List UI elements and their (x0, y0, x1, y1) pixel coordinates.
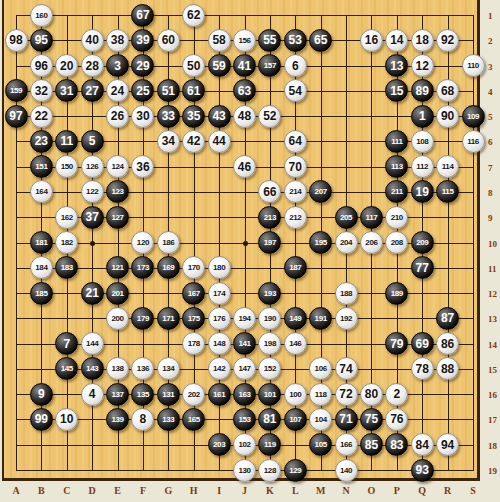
stone-P9: 210 (385, 206, 408, 229)
row-label-2: 2 (488, 36, 493, 46)
stone-M16: 118 (309, 383, 332, 406)
col-label-H: H (190, 485, 198, 496)
stone-L14: 146 (284, 332, 307, 355)
stone-N12: 188 (335, 282, 358, 305)
star-point-D10 (90, 241, 95, 246)
col-label-E: E (114, 485, 121, 496)
row-label-7: 7 (488, 163, 493, 173)
stone-J17: 153 (233, 408, 256, 431)
stone-M17: 104 (309, 408, 332, 431)
stone-N10: 204 (335, 231, 358, 254)
stone-Q6: 108 (411, 130, 434, 153)
col-label-O: O (368, 485, 376, 496)
stone-F5: 30 (131, 105, 154, 128)
stone-J13: 194 (233, 307, 256, 330)
row-label-3: 3 (488, 62, 493, 72)
stone-I13: 176 (208, 307, 231, 330)
stone-I12: 174 (208, 282, 231, 305)
col-label-L: L (292, 485, 299, 496)
stone-N9: 205 (335, 206, 358, 229)
stone-D3: 28 (81, 54, 104, 77)
row-label-12: 12 (488, 289, 497, 299)
stone-H13: 175 (182, 307, 205, 330)
col-label-I: I (217, 485, 221, 496)
col-label-P: P (394, 485, 400, 496)
stone-P2: 14 (385, 29, 408, 52)
col-label-J: J (242, 485, 247, 496)
stone-G11: 169 (157, 256, 180, 279)
stone-A4: 159 (5, 79, 28, 102)
row-label-10: 10 (488, 239, 497, 249)
stone-G16: 131 (157, 383, 180, 406)
stone-D14: 144 (81, 332, 104, 355)
stone-J16: 163 (233, 383, 256, 406)
col-label-C: C (63, 485, 70, 496)
stone-D9: 37 (81, 206, 104, 229)
stone-L11: 187 (284, 256, 307, 279)
stone-Q7: 112 (411, 155, 434, 178)
stone-H16: 202 (182, 383, 205, 406)
stone-I18: 203 (208, 433, 231, 456)
stone-S3: 110 (462, 54, 485, 77)
row-label-11: 11 (488, 264, 497, 274)
stone-B12: 185 (30, 282, 53, 305)
stone-D15: 143 (81, 357, 104, 380)
stone-O18: 85 (360, 433, 383, 456)
stone-D16: 4 (81, 383, 104, 406)
stone-E9: 127 (106, 206, 129, 229)
stone-B2: 95 (30, 29, 53, 52)
col-label-G: G (164, 485, 172, 496)
stone-A5: 97 (5, 105, 28, 128)
stone-B3: 96 (30, 54, 53, 77)
stone-E13: 200 (106, 307, 129, 330)
stone-I3: 59 (208, 54, 231, 77)
stone-I5: 43 (208, 105, 231, 128)
row-label-1: 1 (488, 11, 493, 21)
row-label-8: 8 (488, 188, 493, 198)
stone-K9: 213 (258, 206, 281, 229)
stone-Q5: 1 (411, 105, 434, 128)
stone-I6: 44 (208, 130, 231, 153)
col-label-F: F (140, 485, 146, 496)
row-label-17: 17 (488, 415, 497, 425)
stone-K12: 193 (258, 282, 281, 305)
stone-O17: 75 (360, 408, 383, 431)
stone-F16: 135 (131, 383, 154, 406)
col-label-A: A (12, 485, 19, 496)
stone-D6: 5 (81, 130, 104, 153)
stone-L13: 149 (284, 307, 307, 330)
stone-R2: 92 (436, 29, 459, 52)
stone-M10: 195 (309, 231, 332, 254)
stone-K16: 101 (258, 383, 281, 406)
row-label-13: 13 (488, 314, 497, 324)
stone-H12: 167 (182, 282, 205, 305)
stone-G10: 186 (157, 231, 180, 254)
stone-Q3: 12 (411, 54, 434, 77)
stone-O16: 80 (360, 383, 383, 406)
col-label-Q: Q (418, 485, 426, 496)
stone-E16: 137 (106, 383, 129, 406)
stone-D12: 21 (81, 282, 104, 305)
stone-R13: 87 (436, 307, 459, 330)
stone-L16: 100 (284, 383, 307, 406)
stone-K5: 52 (258, 105, 281, 128)
stone-L4: 54 (284, 79, 307, 102)
stone-G5: 33 (157, 105, 180, 128)
col-label-M: M (316, 485, 325, 496)
stone-Q10: 209 (411, 231, 434, 254)
stone-I16: 161 (208, 383, 231, 406)
stone-E12: 201 (106, 282, 129, 305)
stone-B10: 181 (30, 231, 53, 254)
stone-P12: 189 (385, 282, 408, 305)
row-label-16: 16 (488, 390, 497, 400)
stone-G4: 51 (157, 79, 180, 102)
col-label-K: K (266, 485, 274, 496)
stone-H17: 165 (182, 408, 205, 431)
stone-E3: 3 (106, 54, 129, 77)
stone-N13: 192 (335, 307, 358, 330)
row-label-15: 15 (488, 365, 497, 375)
stone-O2: 16 (360, 29, 383, 52)
stone-J5: 48 (233, 105, 256, 128)
stone-G6: 34 (157, 130, 180, 153)
star-point-J10 (243, 241, 248, 246)
stone-L2: 53 (284, 29, 307, 52)
stone-J7: 46 (233, 155, 256, 178)
stone-L6: 64 (284, 130, 307, 153)
stone-K2: 55 (258, 29, 281, 52)
row-label-18: 18 (488, 441, 497, 451)
stone-Q2: 18 (411, 29, 434, 52)
stone-Q14: 69 (411, 332, 434, 355)
row-label-14: 14 (488, 340, 497, 350)
stone-H6: 42 (182, 130, 205, 153)
stone-D7: 126 (81, 155, 104, 178)
stone-L3: 6 (284, 54, 307, 77)
row-label-9: 9 (488, 213, 493, 223)
stone-I11: 180 (208, 256, 231, 279)
col-label-N: N (342, 485, 349, 496)
stone-E17: 139 (106, 408, 129, 431)
stone-D8: 122 (81, 180, 104, 203)
col-label-D: D (89, 485, 96, 496)
stone-B17: 99 (30, 408, 53, 431)
row-label-5: 5 (488, 112, 493, 122)
stone-D4: 27 (81, 79, 104, 102)
stone-J2: 156 (233, 29, 256, 52)
stone-B7: 151 (30, 155, 53, 178)
stone-O9: 117 (360, 206, 383, 229)
stone-L9: 212 (284, 206, 307, 229)
stone-K19: 128 (258, 459, 281, 482)
stone-B6: 23 (30, 130, 53, 153)
stone-S5: 109 (462, 105, 485, 128)
stone-J14: 141 (233, 332, 256, 355)
stone-C9: 162 (55, 206, 78, 229)
grid-line (16, 15, 474, 16)
stone-M2: 65 (309, 29, 332, 52)
stone-P16: 2 (385, 383, 408, 406)
stone-Q15: 78 (411, 357, 434, 380)
stone-Q19: 93 (411, 459, 434, 482)
stone-Q18: 84 (411, 433, 434, 456)
stone-I14: 148 (208, 332, 231, 355)
stone-B16: 9 (30, 383, 53, 406)
stone-B1: 160 (30, 4, 53, 27)
row-label-19: 19 (488, 466, 497, 476)
stone-D2: 40 (81, 29, 104, 52)
stone-G13: 171 (157, 307, 180, 330)
stone-F1: 67 (131, 4, 154, 27)
stone-N17: 71 (335, 408, 358, 431)
stone-E2: 38 (106, 29, 129, 52)
stone-C6: 11 (55, 130, 78, 153)
row-label-6: 6 (488, 137, 493, 147)
stone-G2: 60 (157, 29, 180, 52)
stone-E5: 26 (106, 105, 129, 128)
grid-line (16, 268, 474, 269)
stone-I2: 58 (208, 29, 231, 52)
stone-O10: 206 (360, 231, 383, 254)
col-label-S: S (470, 485, 476, 496)
stone-N16: 72 (335, 383, 358, 406)
stone-N18: 166 (335, 433, 358, 456)
stone-J3: 41 (233, 54, 256, 77)
stone-L17: 107 (284, 408, 307, 431)
stone-L19: 129 (284, 459, 307, 482)
col-label-B: B (38, 485, 45, 496)
stone-Q11: 77 (411, 256, 434, 279)
stone-N15: 74 (335, 357, 358, 380)
stone-I15: 142 (208, 357, 231, 380)
col-label-R: R (444, 485, 451, 496)
row-label-4: 4 (488, 87, 493, 97)
stone-B5: 22 (30, 105, 53, 128)
stone-G17: 133 (157, 408, 180, 431)
stone-H5: 35 (182, 105, 205, 128)
stone-Q4: 89 (411, 79, 434, 102)
stone-A2: 98 (5, 29, 28, 52)
stone-J19: 130 (233, 459, 256, 482)
stone-N19: 140 (335, 459, 358, 482)
stone-R5: 90 (436, 105, 459, 128)
stone-B11: 184 (30, 256, 53, 279)
go-diagram: ABCDEFGHIJKLMNOPQRS123456789101112131415… (0, 0, 500, 502)
stone-M13: 191 (309, 307, 332, 330)
stone-S6: 116 (462, 130, 485, 153)
stone-L7: 70 (284, 155, 307, 178)
stone-H1: 62 (182, 4, 205, 27)
